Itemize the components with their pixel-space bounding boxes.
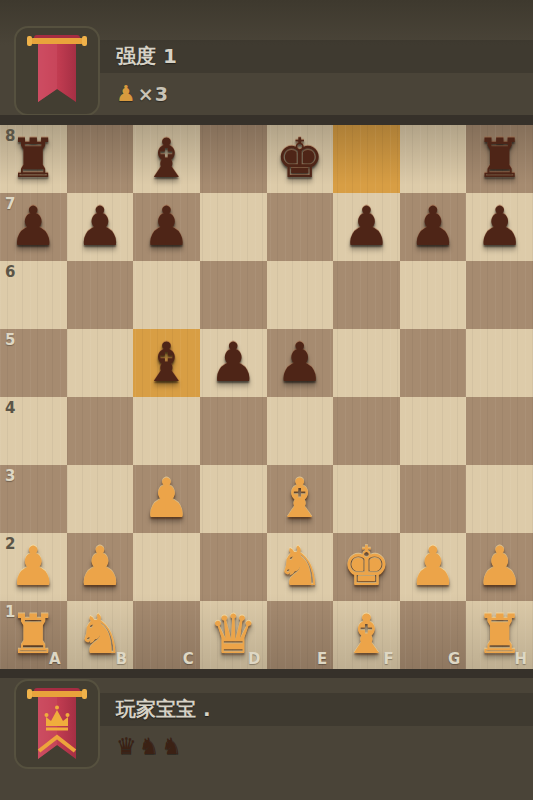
square-a2[interactable]: 2♟ [0, 533, 67, 601]
square-f3[interactable] [333, 465, 400, 533]
square-c8[interactable]: ♝ [133, 125, 200, 193]
square-e5[interactable]: ♟ [267, 329, 334, 397]
rank-label-2: 2 [5, 535, 15, 553]
square-b2[interactable]: ♟ [67, 533, 134, 601]
opponent-name-strip: 强度 1 [100, 40, 533, 73]
square-a3[interactable]: 3 [0, 465, 67, 533]
square-c6[interactable] [133, 261, 200, 329]
square-d4[interactable] [200, 397, 267, 465]
board-bottom-edge [0, 669, 533, 678]
player-captured-row: ♛ ♞ ♞ [116, 735, 182, 758]
captured-white-pawn-icon: ♟ [116, 83, 136, 105]
red-ribbon-icon [16, 28, 98, 114]
square-f2[interactable]: ♚ [333, 533, 400, 601]
square-b8[interactable] [67, 125, 134, 193]
square-h6[interactable] [466, 261, 533, 329]
opponent-avatar [14, 26, 100, 116]
player-banner: 玩家宝宝 . ♛ ♞ ♞ [0, 678, 533, 800]
square-e7[interactable] [267, 193, 334, 261]
piece-black-rook[interactable]: ♜ [466, 125, 533, 193]
square-a8[interactable]: 8♜ [0, 125, 67, 193]
piece-black-king[interactable]: ♚ [267, 125, 334, 193]
captured-black-knight-icon: ♞ [161, 735, 182, 758]
square-e4[interactable] [267, 397, 334, 465]
piece-white-pawn[interactable]: ♟ [67, 533, 134, 601]
square-a5[interactable]: 5 [0, 329, 67, 397]
square-g5[interactable] [400, 329, 467, 397]
opponent-captured-row: ♟ ×3 [116, 83, 169, 105]
square-f4[interactable] [333, 397, 400, 465]
piece-black-pawn[interactable]: ♟ [200, 329, 267, 397]
file-label-b: B [116, 650, 127, 668]
piece-white-pawn[interactable]: ♟ [133, 465, 200, 533]
square-d7[interactable] [200, 193, 267, 261]
square-d2[interactable] [200, 533, 267, 601]
square-a7[interactable]: 7♟ [0, 193, 67, 261]
square-e1[interactable]: E [267, 601, 334, 669]
square-e3[interactable]: ♝ [267, 465, 334, 533]
captured-black-knight-icon: ♞ [139, 735, 160, 758]
rank-label-6: 6 [5, 263, 15, 281]
piece-black-pawn[interactable]: ♟ [267, 329, 334, 397]
opponent-name: 强度 1 [100, 40, 533, 73]
piece-white-knight[interactable]: ♞ [267, 533, 334, 601]
rank-label-7: 7 [5, 195, 15, 213]
square-f7[interactable]: ♟ [333, 193, 400, 261]
chess-board[interactable]: 8♜♝♚♜7♟♟♟♟♟♟65♝♟♟43♟♝2♟♟♞♚♟♟1A♜B♞CD♛EF♝G… [0, 125, 533, 669]
square-b3[interactable] [67, 465, 134, 533]
square-f8[interactable] [333, 125, 400, 193]
square-g1[interactable]: G [400, 601, 467, 669]
file-label-h: H [514, 650, 527, 668]
player-name: 玩家宝宝 . [100, 693, 533, 726]
square-c3[interactable]: ♟ [133, 465, 200, 533]
file-label-f: F [384, 650, 394, 668]
square-c7[interactable]: ♟ [133, 193, 200, 261]
file-label-d: D [248, 650, 260, 668]
square-h2[interactable]: ♟ [466, 533, 533, 601]
file-label-e: E [317, 650, 327, 668]
square-a1[interactable]: 1A♜ [0, 601, 67, 669]
piece-black-pawn[interactable]: ♟ [466, 193, 533, 261]
piece-black-pawn[interactable]: ♟ [133, 193, 200, 261]
square-d5[interactable]: ♟ [200, 329, 267, 397]
opponent-banner: 强度 1 ♟ ×3 [0, 0, 533, 115]
square-b6[interactable] [67, 261, 134, 329]
square-h4[interactable] [466, 397, 533, 465]
square-b5[interactable] [67, 329, 134, 397]
piece-black-pawn[interactable]: ♟ [400, 193, 467, 261]
piece-black-bishop[interactable]: ♝ [133, 125, 200, 193]
square-a4[interactable]: 4 [0, 397, 67, 465]
square-e6[interactable] [267, 261, 334, 329]
square-e8[interactable]: ♚ [267, 125, 334, 193]
rank-label-8: 8 [5, 127, 15, 145]
square-a6[interactable]: 6 [0, 261, 67, 329]
square-h5[interactable] [466, 329, 533, 397]
square-d1[interactable]: D♛ [200, 601, 267, 669]
square-h1[interactable]: H♜ [466, 601, 533, 669]
square-f1[interactable]: F♝ [333, 601, 400, 669]
square-e2[interactable]: ♞ [267, 533, 334, 601]
square-g2[interactable]: ♟ [400, 533, 467, 601]
square-g7[interactable]: ♟ [400, 193, 467, 261]
player-avatar [14, 679, 100, 769]
rank-label-5: 5 [5, 331, 15, 349]
square-g6[interactable] [400, 261, 467, 329]
piece-white-king[interactable]: ♚ [333, 533, 400, 601]
board-top-edge [0, 115, 533, 125]
captured-black-queen-icon: ♛ [116, 735, 137, 758]
square-f5[interactable] [333, 329, 400, 397]
rank-label-4: 4 [5, 399, 15, 417]
square-d6[interactable] [200, 261, 267, 329]
captured-count-label: ×3 [138, 83, 169, 105]
piece-white-pawn[interactable]: ♟ [466, 533, 533, 601]
piece-white-bishop[interactable]: ♝ [267, 465, 334, 533]
square-c4[interactable] [133, 397, 200, 465]
square-f6[interactable] [333, 261, 400, 329]
file-label-a: A [49, 650, 61, 668]
piece-black-pawn[interactable]: ♟ [67, 193, 134, 261]
square-b4[interactable] [67, 397, 134, 465]
square-c1[interactable]: C [133, 601, 200, 669]
square-d8[interactable] [200, 125, 267, 193]
square-c2[interactable] [133, 533, 200, 601]
rank-label-3: 3 [5, 467, 15, 485]
square-b7[interactable]: ♟ [67, 193, 134, 261]
square-c5[interactable]: ♝ [133, 329, 200, 397]
square-g8[interactable] [400, 125, 467, 193]
square-d3[interactable] [200, 465, 267, 533]
piece-white-pawn[interactable]: ♟ [400, 533, 467, 601]
square-g3[interactable] [400, 465, 467, 533]
piece-black-bishop[interactable]: ♝ [133, 329, 200, 397]
piece-black-pawn[interactable]: ♟ [333, 193, 400, 261]
square-b1[interactable]: B♞ [67, 601, 134, 669]
square-h8[interactable]: ♜ [466, 125, 533, 193]
file-label-g: G [448, 650, 460, 668]
red-ribbon-crown-icon [16, 681, 98, 767]
player-name-strip: 玩家宝宝 . [100, 693, 533, 726]
square-h7[interactable]: ♟ [466, 193, 533, 261]
rank-label-1: 1 [5, 603, 15, 621]
square-g4[interactable] [400, 397, 467, 465]
square-h3[interactable] [466, 465, 533, 533]
file-label-c: C [183, 650, 194, 668]
